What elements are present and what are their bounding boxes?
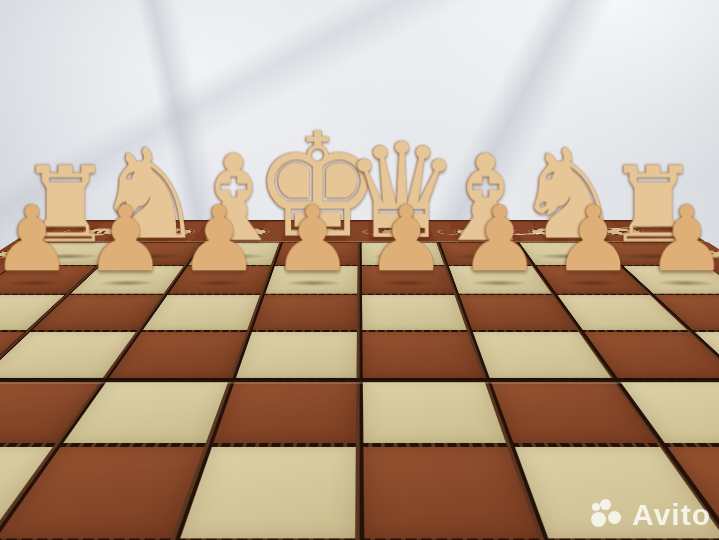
piece-white-pawn-d2[interactable]: ♟ bbox=[366, 194, 447, 284]
piece-white-pawn-e2[interactable]: ♟ bbox=[272, 194, 353, 284]
avito-watermark: Avito bbox=[591, 498, 711, 532]
piece-white-pawn-c2[interactable]: ♟ bbox=[459, 194, 540, 284]
chess-board: HGFEDCBA 12345 12345 ♜♞♝♚♛♝♞♜♟♟♟♟♟♟♟♟ bbox=[0, 220, 719, 540]
avito-logo-icon bbox=[591, 498, 625, 532]
piece-white-pawn-g2[interactable]: ♟ bbox=[85, 194, 166, 284]
piece-white-pawn-a2[interactable]: ♟ bbox=[647, 194, 719, 284]
piece-white-pawn-f2[interactable]: ♟ bbox=[179, 194, 260, 284]
piece-white-pawn-b2[interactable]: ♟ bbox=[553, 194, 634, 284]
avito-watermark-text: Avito bbox=[632, 498, 711, 532]
photo-frame: HGFEDCBA 12345 12345 ♜♞♝♚♛♝♞♜♟♟♟♟♟♟♟♟ Av… bbox=[0, 0, 719, 540]
piece-white-pawn-h2[interactable]: ♟ bbox=[0, 194, 73, 284]
board-scene: HGFEDCBA 12345 12345 ♜♞♝♚♛♝♞♜♟♟♟♟♟♟♟♟ bbox=[48, 220, 671, 540]
